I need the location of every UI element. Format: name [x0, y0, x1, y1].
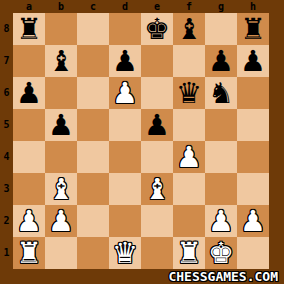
- rank-label-2: 2: [0, 205, 13, 237]
- piece-white-rook[interactable]: ♜: [16, 237, 42, 269]
- rank-label-6: 6: [0, 77, 13, 109]
- rank-label-5: 5: [0, 109, 13, 141]
- piece-black-pawn[interactable]: ♟: [48, 109, 74, 141]
- rank-label-8: 8: [0, 13, 13, 45]
- square-a6[interactable]: ♟: [13, 77, 45, 109]
- square-c7[interactable]: [77, 45, 109, 77]
- square-a7[interactable]: [13, 45, 45, 77]
- square-b2[interactable]: ♟: [45, 205, 77, 237]
- square-c3[interactable]: [77, 173, 109, 205]
- file-label-g: g: [205, 0, 237, 13]
- file-label-b: b: [45, 0, 77, 13]
- square-h5[interactable]: [237, 109, 269, 141]
- rank-label-3: 3: [0, 173, 13, 205]
- square-a3[interactable]: [13, 173, 45, 205]
- file-label-c: c: [77, 0, 109, 13]
- square-c2[interactable]: [77, 205, 109, 237]
- square-h6[interactable]: [237, 77, 269, 109]
- rank-label-4: 4: [0, 141, 13, 173]
- square-f8[interactable]: ♝: [173, 13, 205, 45]
- square-d5[interactable]: [109, 109, 141, 141]
- square-g1[interactable]: ♚: [205, 237, 237, 269]
- square-b3[interactable]: ♝: [45, 173, 77, 205]
- piece-white-rook[interactable]: ♜: [176, 237, 202, 269]
- square-a5[interactable]: [13, 109, 45, 141]
- square-e3[interactable]: ♝: [141, 173, 173, 205]
- square-g6[interactable]: ♞: [205, 77, 237, 109]
- square-d8[interactable]: [109, 13, 141, 45]
- square-b7[interactable]: ♝: [45, 45, 77, 77]
- square-g2[interactable]: ♟: [205, 205, 237, 237]
- square-c6[interactable]: [77, 77, 109, 109]
- piece-white-king[interactable]: ♚: [208, 237, 234, 269]
- piece-black-rook[interactable]: ♜: [240, 13, 266, 45]
- square-e7[interactable]: [141, 45, 173, 77]
- piece-black-pawn[interactable]: ♟: [240, 45, 266, 77]
- square-d3[interactable]: [109, 173, 141, 205]
- chess-board[interactable]: ♜♚♝♜♝♟♟♟♟♟♛♞♟♟♟♝♝♟♟♟♟♜♛♜♚: [13, 13, 269, 269]
- square-f5[interactable]: [173, 109, 205, 141]
- square-f4[interactable]: ♟: [173, 141, 205, 173]
- square-b1[interactable]: [45, 237, 77, 269]
- square-h1[interactable]: [237, 237, 269, 269]
- square-h7[interactable]: ♟: [237, 45, 269, 77]
- square-e5[interactable]: ♟: [141, 109, 173, 141]
- square-e2[interactable]: [141, 205, 173, 237]
- square-e6[interactable]: [141, 77, 173, 109]
- piece-black-pawn[interactable]: ♟: [208, 45, 234, 77]
- piece-white-pawn[interactable]: ♟: [48, 205, 74, 237]
- square-b8[interactable]: [45, 13, 77, 45]
- piece-black-bishop[interactable]: ♝: [176, 13, 202, 45]
- square-b5[interactable]: ♟: [45, 109, 77, 141]
- square-c8[interactable]: [77, 13, 109, 45]
- piece-white-queen[interactable]: ♛: [112, 237, 138, 269]
- square-c4[interactable]: [77, 141, 109, 173]
- chess-board-frame: abcdefgh 87654321 ♜♚♝♜♝♟♟♟♟♟♛♞♟♟♟♝♝♟♟♟♟♜…: [0, 0, 284, 284]
- square-b6[interactable]: [45, 77, 77, 109]
- square-d6[interactable]: ♟: [109, 77, 141, 109]
- square-f1[interactable]: ♜: [173, 237, 205, 269]
- square-e8[interactable]: ♚: [141, 13, 173, 45]
- piece-black-bishop[interactable]: ♝: [48, 45, 74, 77]
- square-d1[interactable]: ♛: [109, 237, 141, 269]
- piece-black-knight[interactable]: ♞: [208, 77, 234, 109]
- piece-black-queen[interactable]: ♛: [176, 77, 202, 109]
- square-f7[interactable]: [173, 45, 205, 77]
- piece-white-pawn[interactable]: ♟: [240, 205, 266, 237]
- piece-white-pawn[interactable]: ♟: [112, 77, 138, 109]
- file-labels: abcdefgh: [13, 0, 269, 13]
- piece-black-pawn[interactable]: ♟: [112, 45, 138, 77]
- square-a8[interactable]: ♜: [13, 13, 45, 45]
- square-g3[interactable]: [205, 173, 237, 205]
- rank-label-7: 7: [0, 45, 13, 77]
- square-e4[interactable]: [141, 141, 173, 173]
- square-f2[interactable]: [173, 205, 205, 237]
- square-b4[interactable]: [45, 141, 77, 173]
- square-d7[interactable]: ♟: [109, 45, 141, 77]
- square-h3[interactable]: [237, 173, 269, 205]
- square-d2[interactable]: [109, 205, 141, 237]
- piece-white-bishop[interactable]: ♝: [48, 173, 74, 205]
- square-g8[interactable]: [205, 13, 237, 45]
- square-h8[interactable]: ♜: [237, 13, 269, 45]
- square-h2[interactable]: ♟: [237, 205, 269, 237]
- square-f3[interactable]: [173, 173, 205, 205]
- rank-labels: 87654321: [0, 13, 13, 269]
- square-a4[interactable]: [13, 141, 45, 173]
- square-g7[interactable]: ♟: [205, 45, 237, 77]
- square-a1[interactable]: ♜: [13, 237, 45, 269]
- square-d4[interactable]: [109, 141, 141, 173]
- piece-black-king[interactable]: ♚: [144, 13, 170, 45]
- square-c1[interactable]: [77, 237, 109, 269]
- piece-black-pawn[interactable]: ♟: [144, 109, 170, 141]
- chessgames-watermark: CHESSGAMES.COM: [168, 269, 278, 284]
- rank-label-1: 1: [0, 237, 13, 269]
- square-h4[interactable]: [237, 141, 269, 173]
- piece-white-pawn[interactable]: ♟: [208, 205, 234, 237]
- file-label-d: d: [109, 0, 141, 13]
- square-g4[interactable]: [205, 141, 237, 173]
- piece-white-pawn[interactable]: ♟: [16, 205, 42, 237]
- piece-black-rook[interactable]: ♜: [16, 13, 42, 45]
- square-g5[interactable]: [205, 109, 237, 141]
- square-c5[interactable]: [77, 109, 109, 141]
- square-a2[interactable]: ♟: [13, 205, 45, 237]
- square-e1[interactable]: [141, 237, 173, 269]
- square-f6[interactable]: ♛: [173, 77, 205, 109]
- piece-white-bishop[interactable]: ♝: [144, 173, 170, 205]
- piece-black-pawn[interactable]: ♟: [16, 77, 42, 109]
- piece-white-pawn[interactable]: ♟: [176, 141, 202, 173]
